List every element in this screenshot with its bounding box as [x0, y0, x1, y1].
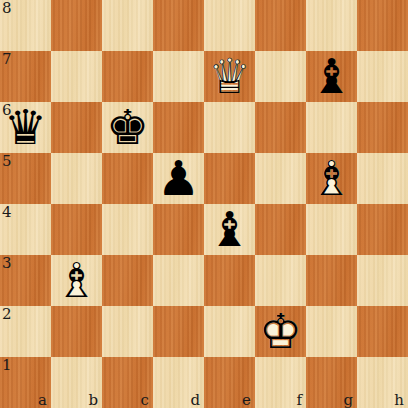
square-d6[interactable]	[153, 102, 204, 153]
square-a8[interactable]: 8	[0, 0, 51, 51]
square-g4[interactable]	[306, 204, 357, 255]
square-b1[interactable]: b	[51, 357, 102, 408]
square-g6[interactable]	[306, 102, 357, 153]
square-f3[interactable]	[255, 255, 306, 306]
white-king-piece: ♚♔	[255, 306, 306, 357]
square-a2[interactable]: 2	[0, 306, 51, 357]
square-b6[interactable]	[51, 102, 102, 153]
square-a3[interactable]: 3	[0, 255, 51, 306]
file-label-a: a	[38, 392, 47, 408]
chess-board: 87♛♕♝6♛♚5♟♝♗4♝3♝♗2♚♔1abcdefgh	[0, 0, 408, 408]
rank-label-1: 1	[2, 357, 12, 373]
file-label-c: c	[141, 392, 149, 408]
square-b5[interactable]	[51, 153, 102, 204]
file-label-b: b	[88, 392, 98, 408]
square-h6[interactable]	[357, 102, 408, 153]
square-b7[interactable]	[51, 51, 102, 102]
black-bishop-piece: ♝	[306, 51, 357, 102]
square-b3[interactable]: ♝♗	[51, 255, 102, 306]
black-pawn-piece: ♟	[153, 153, 204, 204]
square-h1[interactable]: h	[357, 357, 408, 408]
black-bishop-glyph: ♝	[306, 51, 357, 102]
square-g5[interactable]: ♝♗	[306, 153, 357, 204]
square-c6[interactable]: ♚	[102, 102, 153, 153]
white-queen-fill: ♛	[204, 51, 255, 102]
file-label-d: d	[190, 392, 200, 408]
square-f5[interactable]	[255, 153, 306, 204]
rank-label-6: 6	[2, 102, 12, 118]
rank-label-2: 2	[2, 306, 12, 322]
square-f2[interactable]: ♚♔	[255, 306, 306, 357]
square-a4[interactable]: 4	[0, 204, 51, 255]
black-bishop-glyph: ♝	[204, 204, 255, 255]
square-h8[interactable]	[357, 0, 408, 51]
white-queen-outline: ♕	[204, 51, 255, 102]
square-c8[interactable]	[102, 0, 153, 51]
square-a6[interactable]: 6♛	[0, 102, 51, 153]
square-f1[interactable]: f	[255, 357, 306, 408]
square-d4[interactable]	[153, 204, 204, 255]
square-c3[interactable]	[102, 255, 153, 306]
black-pawn-glyph: ♟	[153, 153, 204, 204]
square-d8[interactable]	[153, 0, 204, 51]
square-e5[interactable]	[204, 153, 255, 204]
square-d1[interactable]: d	[153, 357, 204, 408]
square-a5[interactable]: 5	[0, 153, 51, 204]
square-g2[interactable]	[306, 306, 357, 357]
square-h4[interactable]	[357, 204, 408, 255]
rank-label-4: 4	[2, 204, 12, 220]
square-a1[interactable]: 1a	[0, 357, 51, 408]
square-c7[interactable]	[102, 51, 153, 102]
square-g1[interactable]: g	[306, 357, 357, 408]
square-c2[interactable]	[102, 306, 153, 357]
square-b8[interactable]	[51, 0, 102, 51]
square-g8[interactable]	[306, 0, 357, 51]
square-h2[interactable]	[357, 306, 408, 357]
rank-label-7: 7	[2, 51, 12, 67]
square-d2[interactable]	[153, 306, 204, 357]
black-bishop-piece: ♝	[204, 204, 255, 255]
white-king-outline: ♔	[255, 306, 306, 357]
chessboard-container: 87♛♕♝6♛♚5♟♝♗4♝3♝♗2♚♔1abcdefgh	[0, 0, 408, 408]
square-c1[interactable]: c	[102, 357, 153, 408]
square-d7[interactable]	[153, 51, 204, 102]
file-label-f: f	[296, 392, 302, 408]
square-d5[interactable]: ♟	[153, 153, 204, 204]
white-bishop-fill: ♝	[306, 153, 357, 204]
rank-label-8: 8	[2, 0, 12, 16]
square-h7[interactable]	[357, 51, 408, 102]
white-bishop-fill: ♝	[51, 255, 102, 306]
square-e6[interactable]	[204, 102, 255, 153]
square-f4[interactable]	[255, 204, 306, 255]
black-king-glyph: ♚	[102, 102, 153, 153]
square-g3[interactable]	[306, 255, 357, 306]
white-bishop-outline: ♗	[306, 153, 357, 204]
white-bishop-outline: ♗	[51, 255, 102, 306]
square-e4[interactable]: ♝	[204, 204, 255, 255]
square-c5[interactable]	[102, 153, 153, 204]
white-queen-piece: ♛♕	[204, 51, 255, 102]
file-label-e: e	[242, 392, 251, 408]
white-bishop-piece: ♝♗	[306, 153, 357, 204]
square-g7[interactable]: ♝	[306, 51, 357, 102]
file-label-h: h	[394, 392, 404, 408]
square-h3[interactable]	[357, 255, 408, 306]
black-king-piece: ♚	[102, 102, 153, 153]
square-f7[interactable]	[255, 51, 306, 102]
square-c4[interactable]	[102, 204, 153, 255]
square-e2[interactable]	[204, 306, 255, 357]
square-f6[interactable]	[255, 102, 306, 153]
white-bishop-piece: ♝♗	[51, 255, 102, 306]
rank-label-5: 5	[2, 153, 12, 169]
square-f8[interactable]	[255, 0, 306, 51]
rank-label-3: 3	[2, 255, 12, 271]
square-b2[interactable]	[51, 306, 102, 357]
square-e8[interactable]	[204, 0, 255, 51]
square-h5[interactable]	[357, 153, 408, 204]
file-label-g: g	[343, 392, 353, 408]
square-b4[interactable]	[51, 204, 102, 255]
square-e3[interactable]	[204, 255, 255, 306]
square-e1[interactable]: e	[204, 357, 255, 408]
square-a7[interactable]: 7	[0, 51, 51, 102]
white-king-fill: ♚	[255, 306, 306, 357]
square-e7[interactable]: ♛♕	[204, 51, 255, 102]
square-d3[interactable]	[153, 255, 204, 306]
